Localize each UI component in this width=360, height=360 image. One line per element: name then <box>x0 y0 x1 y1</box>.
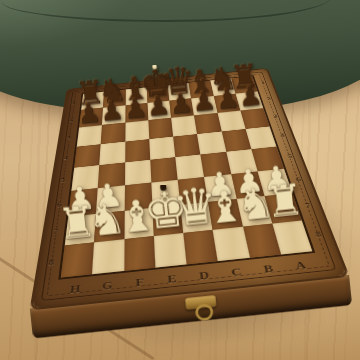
chess-board: ♜♞♝♚♛♝♞♜♟♟♟♟♟♟♟♟♟♟♟♟♟♜♞♝♚♛♝♞♜ HGFEDCBA 1… <box>32 69 346 308</box>
sofa-cushion-seam <box>2 0 332 22</box>
light-rook-a7: ♜ <box>263 177 306 224</box>
photo-scene: ♜♞♝♚♛♝♞♜♟♟♟♟♟♟♟♟♟♟♟♟♟♜♞♝♚♛♝♞♜ HGFEDCBA 1… <box>0 0 360 360</box>
square-g2: ♟ <box>102 105 125 125</box>
dark-pawn-a2: ♟ <box>237 82 263 111</box>
dark-pawn-f2: ♟ <box>122 94 148 123</box>
rank-label-left-3: 3 <box>60 128 77 149</box>
square-f2: ♟ <box>125 103 148 123</box>
clasp-ring <box>194 303 213 321</box>
dark-pawn-c2: ♟ <box>191 87 217 116</box>
brass-clasp <box>185 295 216 309</box>
square-e2: ♟ <box>147 101 171 121</box>
square-c8 <box>213 227 250 261</box>
square-h8 <box>61 242 95 277</box>
square-e8 <box>154 233 187 268</box>
board-scene: ♜♞♝♚♛♝♞♜♟♟♟♟♟♟♟♟♟♟♟♟♟♜♞♝♚♛♝♞♜ HGFEDCBA 1… <box>0 35 360 360</box>
square-d2: ♟ <box>169 98 194 117</box>
dark-pawn-b2: ♟ <box>214 84 240 113</box>
square-a2: ♟ <box>235 91 263 110</box>
square-f8 <box>124 236 155 271</box>
dark-pawn-g2: ♟ <box>99 96 125 125</box>
square-b2: ♟ <box>213 94 240 113</box>
square-c2: ♟ <box>191 96 217 115</box>
square-a7: ♜ <box>264 193 301 223</box>
square-g8 <box>92 239 124 274</box>
square-b8 <box>243 224 281 258</box>
